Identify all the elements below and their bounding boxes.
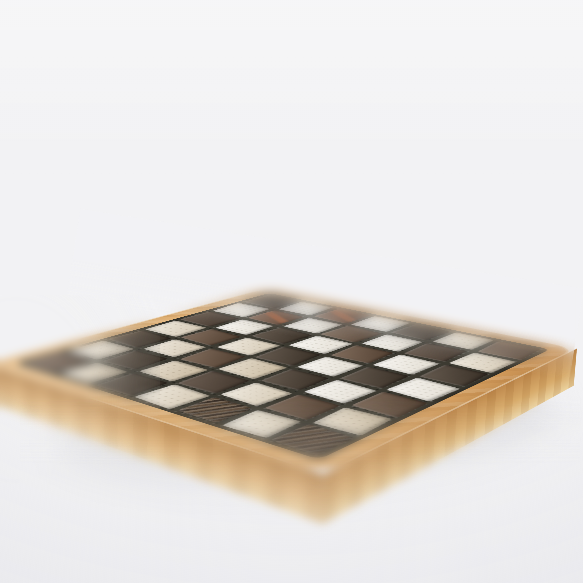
mosaic-tile-r2c1 <box>139 360 209 381</box>
mosaic-tile-r4c0 <box>177 397 254 423</box>
mosaic-tile-r5c1 <box>265 394 342 420</box>
mosaic-tile-r6c2 <box>351 392 429 418</box>
mosaic-tile-r6c4 <box>419 364 490 386</box>
mosaic-tile-r5c2 <box>304 380 378 404</box>
mosaic-tile-r3c2 <box>217 358 288 380</box>
mosaic-tile-r1c0 <box>59 362 129 383</box>
mosaic-tile-r6c6 <box>477 341 542 360</box>
mosaic-tile-r4c2 <box>260 369 330 391</box>
mosaic-tile-r6c3 <box>386 377 461 401</box>
mosaic-tile-r6c1 <box>312 407 393 436</box>
mosaic-tile-r2c0 <box>95 373 168 396</box>
mosaic-tile-r5c0 <box>222 410 303 438</box>
mosaic-tile-r5c3 <box>340 367 410 389</box>
mosaic-tile-r3c0 <box>134 384 211 409</box>
mosaic-tile-r4c3 <box>296 356 363 376</box>
studio-photo-background <box>0 0 583 583</box>
mosaic-tile-r3c1 <box>177 371 251 394</box>
mosaic-tile-r6c0 <box>270 424 356 456</box>
mosaic-tile-r5c4 <box>373 354 441 375</box>
mosaic-tile-r4c1 <box>220 382 293 406</box>
